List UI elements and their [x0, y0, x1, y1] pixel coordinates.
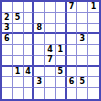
sudoku-cell-r3c5[interactable] — [45, 24, 56, 35]
sudoku-cell-r8c6[interactable] — [56, 77, 67, 88]
sudoku-cell-r5c3[interactable] — [24, 45, 35, 56]
sudoku-cell-r2c8[interactable] — [77, 13, 88, 24]
sudoku-cell-r7c6[interactable]: 5 — [56, 67, 67, 78]
sudoku-cell-r1c1[interactable] — [2, 2, 13, 13]
sudoku-cell-r2c6[interactable] — [56, 13, 67, 24]
sudoku-cell-r7c3[interactable]: 4 — [24, 67, 35, 78]
sudoku-cell-r6c2[interactable] — [13, 56, 24, 67]
sudoku-cell-r1c3[interactable] — [24, 2, 35, 13]
sudoku-cell-r8c7[interactable]: 6 — [67, 77, 78, 88]
sudoku-cell-r8c1[interactable] — [2, 77, 13, 88]
sudoku-cell-r5c6[interactable]: 1 — [56, 45, 67, 56]
sudoku-cell-r4c4[interactable] — [34, 34, 45, 45]
sudoku-cell-r1c5[interactable] — [45, 2, 56, 13]
sudoku-cell-r1c8[interactable] — [77, 2, 88, 13]
sudoku-cell-r3c2[interactable] — [13, 24, 24, 35]
sudoku-cell-r6c6[interactable] — [56, 56, 67, 67]
sudoku-cell-r5c9[interactable] — [88, 45, 99, 56]
sudoku-cell-r4c6[interactable] — [56, 34, 67, 45]
sudoku-cell-r3c8[interactable] — [77, 24, 88, 35]
sudoku-cell-r8c4[interactable]: 3 — [34, 77, 45, 88]
sudoku-cell-r4c7[interactable] — [67, 34, 78, 45]
sudoku-cell-r4c5[interactable] — [45, 34, 56, 45]
sudoku-cell-r9c4[interactable] — [34, 88, 45, 99]
sudoku-cell-r5c2[interactable] — [13, 45, 24, 56]
sudoku-cell-r7c7[interactable] — [67, 67, 78, 78]
sudoku-cell-r6c1[interactable] — [2, 56, 13, 67]
sudoku-cell-r9c7[interactable] — [67, 88, 78, 99]
sudoku-cell-r8c5[interactable] — [45, 77, 56, 88]
sudoku-cell-r1c4[interactable] — [34, 2, 45, 13]
sudoku-cell-r1c6[interactable] — [56, 2, 67, 13]
sudoku-cell-r8c9[interactable] — [88, 77, 99, 88]
sudoku-cell-r7c9[interactable] — [88, 67, 99, 78]
sudoku-cell-r3c6[interactable] — [56, 24, 67, 35]
sudoku-cell-r5c1[interactable] — [2, 45, 13, 56]
sudoku-cell-r9c9[interactable] — [88, 88, 99, 99]
sudoku-cell-r3c1[interactable]: 3 — [2, 24, 13, 35]
sudoku-cell-r9c2[interactable] — [13, 88, 24, 99]
sudoku-board: 71253863417145365 — [0, 0, 101, 101]
sudoku-cell-r3c4[interactable]: 8 — [34, 24, 45, 35]
sudoku-cell-r4c8[interactable]: 3 — [77, 34, 88, 45]
sudoku-cell-r6c3[interactable] — [24, 56, 35, 67]
sudoku-cell-r5c7[interactable] — [67, 45, 78, 56]
sudoku-cell-r7c4[interactable] — [34, 67, 45, 78]
sudoku-cell-r1c7[interactable]: 7 — [67, 2, 78, 13]
sudoku-cell-r8c2[interactable] — [13, 77, 24, 88]
sudoku-cell-r3c3[interactable] — [24, 24, 35, 35]
sudoku-cell-r8c8[interactable]: 5 — [77, 77, 88, 88]
sudoku-cell-r6c7[interactable] — [67, 56, 78, 67]
sudoku-cell-r6c5[interactable]: 7 — [45, 56, 56, 67]
sudoku-cell-r9c8[interactable] — [77, 88, 88, 99]
sudoku-cell-r4c9[interactable] — [88, 34, 99, 45]
sudoku-cell-r2c9[interactable] — [88, 13, 99, 24]
sudoku-cell-r5c8[interactable] — [77, 45, 88, 56]
sudoku-cell-r4c1[interactable]: 6 — [2, 34, 13, 45]
sudoku-cell-r2c4[interactable] — [34, 13, 45, 24]
sudoku-cell-r9c3[interactable] — [24, 88, 35, 99]
sudoku-cell-r6c9[interactable] — [88, 56, 99, 67]
sudoku-cell-r3c7[interactable] — [67, 24, 78, 35]
sudoku-cell-r8c3[interactable] — [24, 77, 35, 88]
sudoku-cell-r7c2[interactable]: 1 — [13, 67, 24, 78]
sudoku-cell-r1c2[interactable] — [13, 2, 24, 13]
sudoku-cell-r2c3[interactable] — [24, 13, 35, 24]
sudoku-cell-r3c9[interactable] — [88, 24, 99, 35]
sudoku-cell-r4c3[interactable] — [24, 34, 35, 45]
sudoku-cell-r9c1[interactable] — [2, 88, 13, 99]
sudoku-cell-r2c1[interactable]: 2 — [2, 13, 13, 24]
sudoku-cell-r9c5[interactable] — [45, 88, 56, 99]
sudoku-cell-r1c9[interactable]: 1 — [88, 2, 99, 13]
sudoku-cell-r2c7[interactable] — [67, 13, 78, 24]
sudoku-cell-r2c2[interactable]: 5 — [13, 13, 24, 24]
sudoku-cell-r5c4[interactable] — [34, 45, 45, 56]
sudoku-cell-r7c8[interactable] — [77, 67, 88, 78]
sudoku-cell-r6c4[interactable] — [34, 56, 45, 67]
sudoku-cell-r7c5[interactable] — [45, 67, 56, 78]
sudoku-cell-r5c5[interactable]: 4 — [45, 45, 56, 56]
sudoku-cell-r7c1[interactable] — [2, 67, 13, 78]
sudoku-cell-r9c6[interactable] — [56, 88, 67, 99]
sudoku-cell-r6c8[interactable] — [77, 56, 88, 67]
sudoku-cell-r4c2[interactable] — [13, 34, 24, 45]
sudoku-cell-r2c5[interactable] — [45, 13, 56, 24]
